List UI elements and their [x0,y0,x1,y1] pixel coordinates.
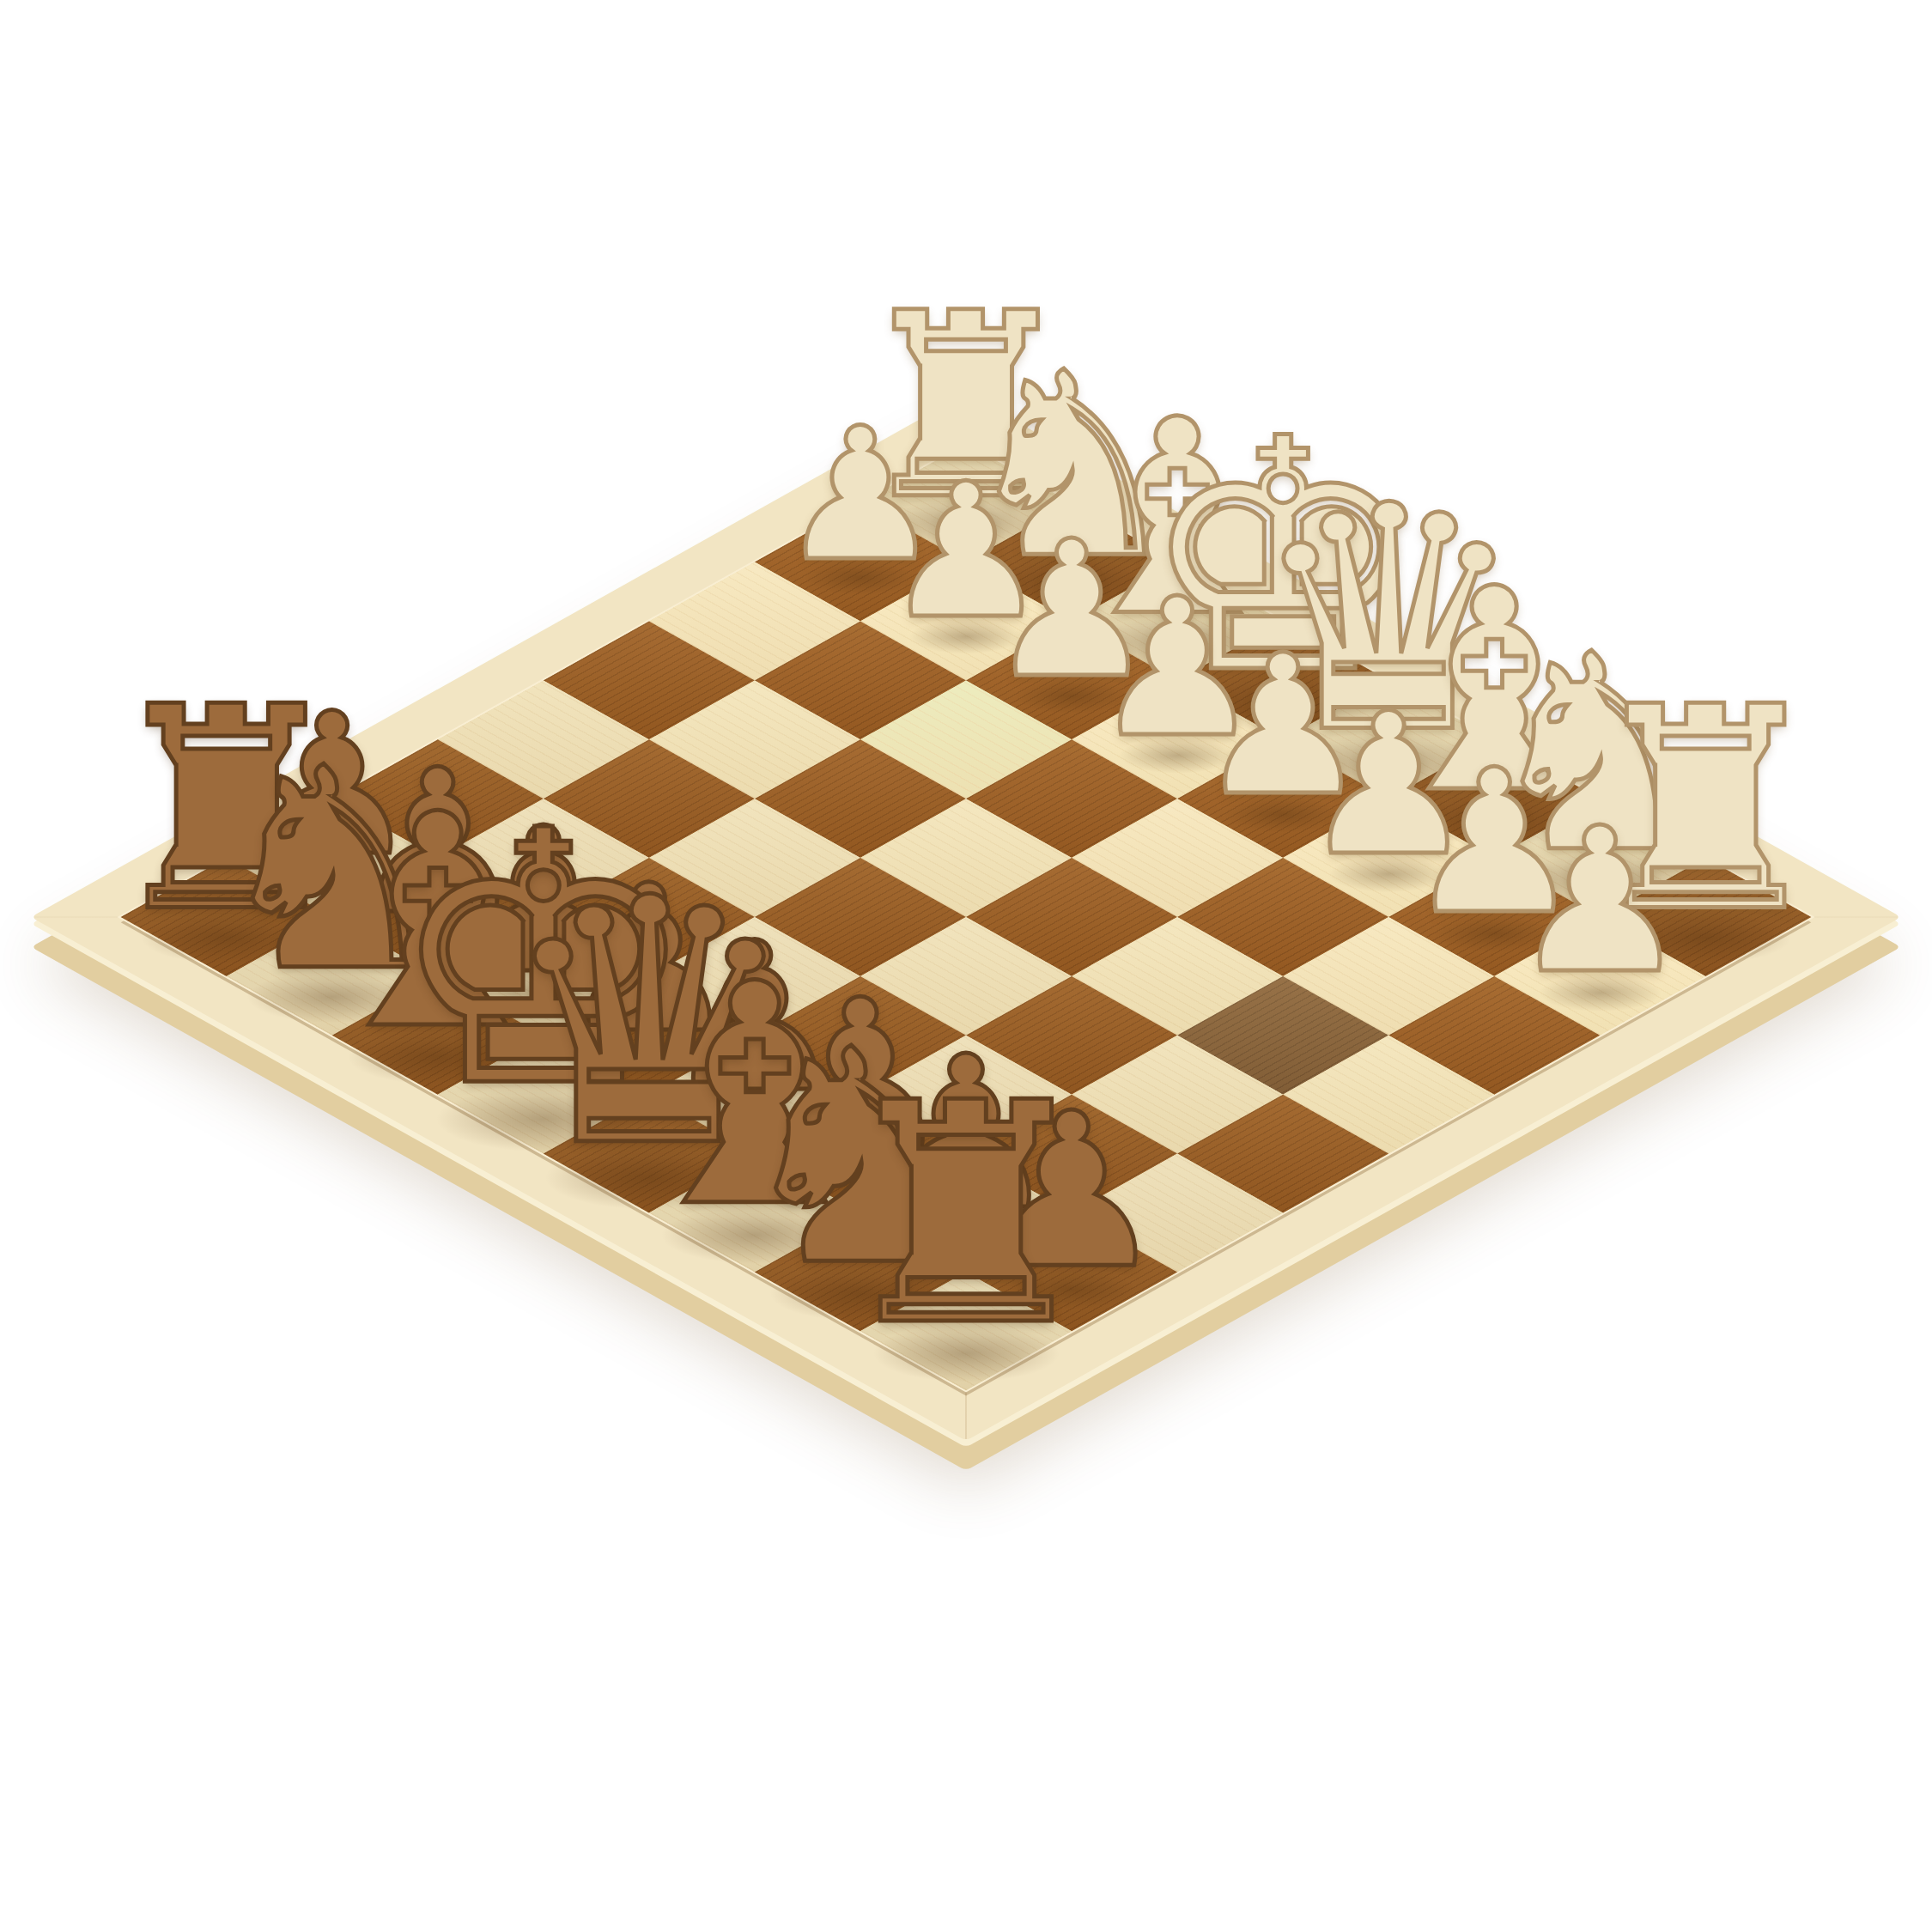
chess-set-photo: ♜♞♝♛♚♝♞♜♟♟♟♟♟♟♟♟♜♞♝♛♚♝♞♜♟♟♟♟♟♟♟♟ [0,0,1932,1932]
pieces-layer: ♜♞♝♛♚♝♞♜♟♟♟♟♟♟♟♟♜♞♝♛♚♝♞♜♟♟♟♟♟♟♟♟ [0,0,1932,1932]
pawn-icon: ♟ [1510,806,1690,996]
white-pawn-a2[interactable]: ♟ [1510,806,1690,996]
black-rook-a8[interactable]: ♜ [829,1071,1102,1359]
rook-icon: ♜ [829,1071,1102,1359]
